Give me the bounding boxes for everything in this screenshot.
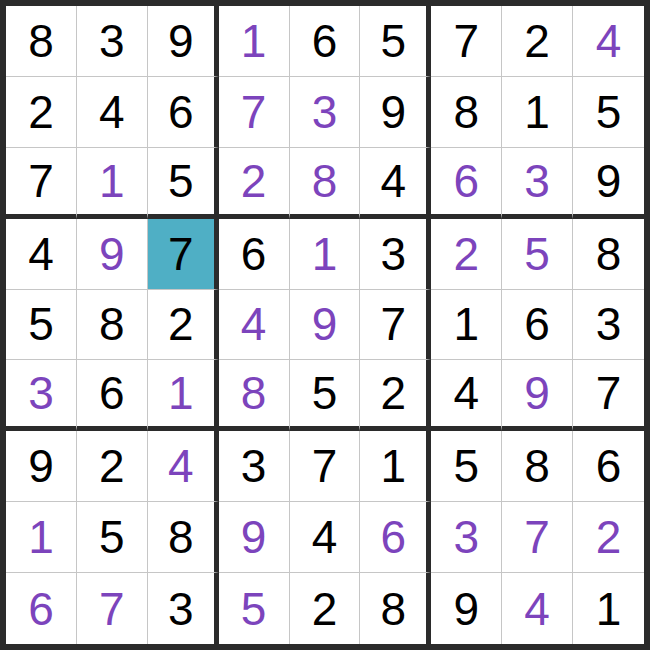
cell-r4c7[interactable]: 2 — [431, 219, 502, 290]
cell-r1c3[interactable]: 9 — [148, 6, 219, 77]
cell-r8c6[interactable]: 6 — [360, 502, 431, 573]
digit: 4 — [596, 18, 622, 64]
digit: 4 — [453, 370, 479, 416]
digit: 7 — [99, 586, 125, 632]
digit: 8 — [241, 370, 267, 416]
cell-r5c7[interactable]: 1 — [431, 290, 502, 361]
digit: 5 — [28, 301, 54, 347]
digit: 2 — [312, 586, 338, 632]
cell-r1c8[interactable]: 2 — [502, 6, 573, 77]
digit: 5 — [524, 231, 550, 277]
cell-r3c8[interactable]: 3 — [502, 148, 573, 219]
digit: 2 — [596, 514, 622, 560]
cell-r5c8[interactable]: 6 — [502, 290, 573, 361]
cell-r5c1[interactable]: 5 — [6, 290, 77, 361]
cell-r3c5[interactable]: 8 — [290, 148, 361, 219]
cell-r5c2[interactable]: 8 — [77, 290, 148, 361]
cell-r3c9[interactable]: 9 — [573, 148, 644, 219]
digit: 1 — [241, 18, 267, 64]
digit: 3 — [241, 443, 267, 489]
cell-r7c7[interactable]: 5 — [431, 431, 502, 502]
cell-r3c3[interactable]: 5 — [148, 148, 219, 219]
digit: 7 — [28, 158, 54, 204]
cell-r4c3[interactable]: 7 — [148, 219, 219, 290]
digit: 4 — [28, 231, 54, 277]
cell-r8c5[interactable]: 4 — [290, 502, 361, 573]
digit: 8 — [453, 89, 479, 135]
digit: 4 — [168, 443, 194, 489]
cell-r2c4[interactable]: 7 — [219, 77, 290, 148]
cell-r3c4[interactable]: 2 — [219, 148, 290, 219]
digit: 3 — [168, 586, 194, 632]
digit: 1 — [168, 370, 194, 416]
cell-r1c9[interactable]: 4 — [573, 6, 644, 77]
digit: 6 — [453, 158, 479, 204]
cell-r6c1[interactable]: 3 — [6, 360, 77, 431]
digit: 1 — [596, 586, 622, 632]
cell-r2c9[interactable]: 5 — [573, 77, 644, 148]
digit: 3 — [453, 514, 479, 560]
digit: 3 — [524, 158, 550, 204]
digit: 5 — [99, 514, 125, 560]
digit: 5 — [168, 158, 194, 204]
digit: 3 — [596, 301, 622, 347]
digit: 6 — [596, 443, 622, 489]
cell-r3c2[interactable]: 1 — [77, 148, 148, 219]
cell-r9c5[interactable]: 2 — [290, 573, 361, 644]
cell-r9c4[interactable]: 5 — [219, 573, 290, 644]
cell-r7c4[interactable]: 3 — [219, 431, 290, 502]
cell-r3c1[interactable]: 7 — [6, 148, 77, 219]
digit: 7 — [241, 89, 267, 135]
cell-r2c2[interactable]: 4 — [77, 77, 148, 148]
digit: 2 — [168, 301, 194, 347]
digit: 4 — [312, 514, 338, 560]
digit: 8 — [168, 514, 194, 560]
cell-r1c5[interactable]: 6 — [290, 6, 361, 77]
digit: 1 — [28, 514, 54, 560]
cell-r4c4[interactable]: 6 — [219, 219, 290, 290]
digit: 8 — [596, 231, 622, 277]
digit: 6 — [312, 18, 338, 64]
digit: 1 — [99, 158, 125, 204]
cell-r8c7[interactable]: 3 — [431, 502, 502, 573]
digit: 1 — [312, 231, 338, 277]
cell-r6c5[interactable]: 5 — [290, 360, 361, 431]
digit: 4 — [524, 586, 550, 632]
digit: 6 — [381, 514, 407, 560]
cell-r7c1[interactable]: 9 — [6, 431, 77, 502]
cell-r9c6[interactable]: 8 — [360, 573, 431, 644]
cell-r1c4[interactable]: 1 — [219, 6, 290, 77]
digit: 8 — [28, 18, 54, 64]
cell-r8c3[interactable]: 8 — [148, 502, 219, 573]
digit: 8 — [99, 301, 125, 347]
digit: 7 — [381, 301, 407, 347]
digit: 7 — [596, 370, 622, 416]
digit: 2 — [28, 89, 54, 135]
digit: 2 — [453, 231, 479, 277]
digit: 5 — [381, 18, 407, 64]
cell-r2c5[interactable]: 3 — [290, 77, 361, 148]
cell-r9c8[interactable]: 4 — [502, 573, 573, 644]
cell-r7c5[interactable]: 7 — [290, 431, 361, 502]
cell-r7c8[interactable]: 8 — [502, 431, 573, 502]
digit: 8 — [312, 158, 338, 204]
cell-r4c2[interactable]: 9 — [77, 219, 148, 290]
digit: 9 — [524, 370, 550, 416]
digit: 3 — [28, 370, 54, 416]
cell-r6c9[interactable]: 7 — [573, 360, 644, 431]
cell-r5c4[interactable]: 4 — [219, 290, 290, 361]
digit: 8 — [381, 586, 407, 632]
digit: 3 — [381, 231, 407, 277]
cell-r2c6[interactable]: 9 — [360, 77, 431, 148]
cell-r4c5[interactable]: 1 — [290, 219, 361, 290]
cell-r8c4[interactable]: 9 — [219, 502, 290, 573]
cell-r7c2[interactable]: 2 — [77, 431, 148, 502]
digit: 5 — [453, 443, 479, 489]
cell-r9c7[interactable]: 9 — [431, 573, 502, 644]
cell-r1c2[interactable]: 3 — [77, 6, 148, 77]
digit: 2 — [241, 158, 267, 204]
cell-r7c6[interactable]: 1 — [360, 431, 431, 502]
cell-r6c3[interactable]: 1 — [148, 360, 219, 431]
cell-r4c1[interactable]: 4 — [6, 219, 77, 290]
cell-r2c3[interactable]: 6 — [148, 77, 219, 148]
cell-r9c2[interactable]: 7 — [77, 573, 148, 644]
digit: 7 — [524, 514, 550, 560]
digit: 5 — [596, 89, 622, 135]
cell-r1c6[interactable]: 5 — [360, 6, 431, 77]
cell-r8c8[interactable]: 7 — [502, 502, 573, 573]
digit: 1 — [381, 443, 407, 489]
cell-r3c7[interactable]: 6 — [431, 148, 502, 219]
sudoku-board: 8391657242467398157152846394976132585824… — [0, 0, 650, 650]
digit: 8 — [524, 443, 550, 489]
digit: 6 — [168, 89, 194, 135]
cell-r9c1[interactable]: 6 — [6, 573, 77, 644]
digit: 7 — [168, 231, 194, 277]
digit: 1 — [453, 301, 479, 347]
cell-r2c7[interactable]: 8 — [431, 77, 502, 148]
cell-r7c9[interactable]: 6 — [573, 431, 644, 502]
digit: 4 — [381, 158, 407, 204]
cell-r3c6[interactable]: 4 — [360, 148, 431, 219]
cell-r6c7[interactable]: 4 — [431, 360, 502, 431]
cell-r4c6[interactable]: 3 — [360, 219, 431, 290]
digit: 5 — [312, 370, 338, 416]
cell-r6c4[interactable]: 8 — [219, 360, 290, 431]
digit: 5 — [241, 586, 267, 632]
cell-r8c1[interactable]: 1 — [6, 502, 77, 573]
cell-r6c8[interactable]: 9 — [502, 360, 573, 431]
cell-r8c9[interactable]: 2 — [573, 502, 644, 573]
digit: 9 — [596, 158, 622, 204]
cell-r2c8[interactable]: 1 — [502, 77, 573, 148]
cell-r8c2[interactable]: 5 — [77, 502, 148, 573]
cell-r9c3[interactable]: 3 — [148, 573, 219, 644]
digit: 4 — [241, 301, 267, 347]
digit: 2 — [524, 18, 550, 64]
digit: 2 — [381, 370, 407, 416]
cell-r5c3[interactable]: 2 — [148, 290, 219, 361]
digit: 9 — [168, 18, 194, 64]
cell-r1c7[interactable]: 7 — [431, 6, 502, 77]
digit: 6 — [524, 301, 550, 347]
digit: 7 — [312, 443, 338, 489]
digit: 7 — [453, 18, 479, 64]
digit: 6 — [241, 231, 267, 277]
digit: 9 — [28, 443, 54, 489]
cell-r4c8[interactable]: 5 — [502, 219, 573, 290]
digit: 1 — [524, 89, 550, 135]
cell-r6c2[interactable]: 6 — [77, 360, 148, 431]
digit: 6 — [28, 586, 54, 632]
digit: 9 — [241, 514, 267, 560]
cell-r7c3[interactable]: 4 — [148, 431, 219, 502]
digit: 4 — [99, 89, 125, 135]
digit: 2 — [99, 443, 125, 489]
digit: 3 — [312, 89, 338, 135]
cell-r6c6[interactable]: 2 — [360, 360, 431, 431]
cell-r1c1[interactable]: 8 — [6, 6, 77, 77]
cell-r5c6[interactable]: 7 — [360, 290, 431, 361]
digit: 6 — [99, 370, 125, 416]
cell-r5c5[interactable]: 9 — [290, 290, 361, 361]
cell-r9c9[interactable]: 1 — [573, 573, 644, 644]
digit: 3 — [99, 18, 125, 64]
cell-r5c9[interactable]: 3 — [573, 290, 644, 361]
cell-r4c9[interactable]: 8 — [573, 219, 644, 290]
digit: 9 — [381, 89, 407, 135]
digit: 9 — [99, 231, 125, 277]
digit: 9 — [312, 301, 338, 347]
digit: 9 — [453, 586, 479, 632]
cell-r2c1[interactable]: 2 — [6, 77, 77, 148]
